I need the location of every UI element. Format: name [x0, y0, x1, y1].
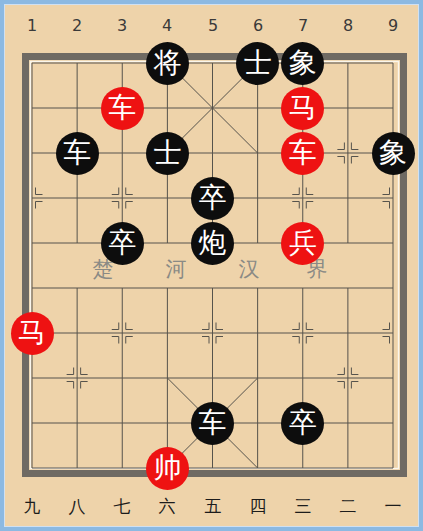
bottom-coordinate-7: 七 [114, 496, 131, 516]
piece-black-advisor[interactable]: 士 [236, 42, 279, 85]
top-coordinate-4: 4 [162, 16, 172, 35]
top-coordinate-2: 2 [72, 16, 82, 35]
bottom-coordinate-6: 六 [159, 496, 176, 516]
top-coordinate-1: 1 [27, 16, 37, 35]
piece-red-chariot[interactable]: 车 [101, 87, 144, 130]
piece-black-general[interactable]: 将 [146, 42, 189, 85]
top-coordinate-5: 5 [208, 16, 218, 35]
top-coordinate-7: 7 [298, 16, 308, 35]
piece-red-general[interactable]: 帅 [146, 447, 189, 490]
xiangqi-app-window: 楚 河 汉 界 1 2 3 4 5 6 7 8 9 九 八 七 六 五 四 三 … [0, 0, 423, 531]
piece-red-soldier[interactable]: 兵 [281, 222, 324, 265]
piece-black-soldier[interactable]: 卒 [191, 177, 234, 220]
bottom-coordinates: 九 八 七 六 五 四 三 二 一 [24, 496, 402, 516]
bottom-coordinate-3: 三 [295, 496, 312, 516]
river-char-he: 河 [166, 257, 187, 281]
piece-red-chariot[interactable]: 车 [281, 132, 324, 175]
top-coordinate-6: 6 [253, 16, 263, 35]
piece-red-horse[interactable]: 马 [281, 87, 324, 130]
bottom-coordinate-8: 八 [69, 496, 86, 516]
piece-black-elephant[interactable]: 象 [281, 42, 324, 85]
bottom-coordinate-2: 二 [340, 496, 357, 516]
piece-black-elephant[interactable]: 象 [372, 132, 415, 175]
piece-black-cannon[interactable]: 炮 [191, 222, 234, 265]
top-coordinate-8: 8 [343, 16, 353, 35]
bottom-coordinate-5: 五 [205, 496, 222, 516]
bottom-coordinate-4: 四 [250, 496, 267, 516]
piece-black-soldier[interactable]: 卒 [101, 222, 144, 265]
piece-red-horse[interactable]: 马 [11, 312, 54, 355]
board-background [0, 0, 423, 531]
bottom-coordinate-1: 一 [385, 496, 402, 516]
bottom-coordinate-9: 九 [24, 496, 41, 516]
xiangqi-board[interactable]: 楚 河 汉 界 1 2 3 4 5 6 7 8 9 九 八 七 六 五 四 三 … [0, 0, 423, 531]
river-char-han: 汉 [239, 257, 260, 281]
piece-black-advisor[interactable]: 士 [146, 132, 189, 175]
piece-black-chariot[interactable]: 车 [191, 402, 234, 445]
piece-black-chariot[interactable]: 车 [56, 132, 99, 175]
top-coordinate-3: 3 [117, 16, 127, 35]
top-coordinate-9: 9 [388, 16, 398, 35]
piece-black-soldier[interactable]: 卒 [281, 402, 324, 445]
